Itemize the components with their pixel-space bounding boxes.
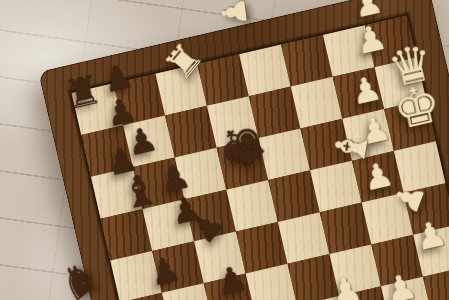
chessboard-photo: ♜♟♟♟♟♝♟♟♟♟♟♚♞♜♟♟♟♛♟♚♟♝♟♟♟♟♟ 摄图网摄图网摄图网摄图网… [0,0,449,300]
white-pawn-g3: ♟ [412,215,449,256]
white-pawn-fallen-e8: ♟ [216,0,252,29]
